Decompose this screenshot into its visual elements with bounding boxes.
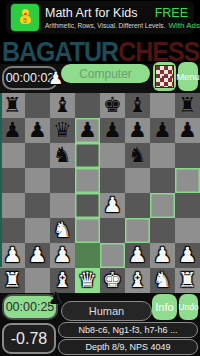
black-king: ♚ xyxy=(103,93,122,118)
ad-banner[interactable]: 5 Math Art for Kids FREE Arithmetic, Row… xyxy=(6,1,194,34)
square-c7[interactable]: ♛ xyxy=(50,118,75,143)
human-player-button[interactable]: Human xyxy=(61,301,152,321)
engine-panel: -0.78 Nb8-c6, Ng1-f3, h7-h6 ... Depth 8/… xyxy=(0,322,200,356)
black-rook: ♜ xyxy=(3,93,22,118)
white-pawn: ♟ xyxy=(153,243,172,268)
square-c2[interactable]: ♟ xyxy=(50,243,75,268)
square-e4[interactable]: ♟ xyxy=(100,193,125,218)
principal-variation: Nb8-c6, Ng1-f3, h7-h6 ... xyxy=(58,322,198,338)
square-e5[interactable] xyxy=(100,168,125,193)
square-a4[interactable] xyxy=(0,193,25,218)
human-bar: 00:00:25 ♟ Human Info Undo xyxy=(0,293,200,322)
square-g1[interactable]: ♞ xyxy=(150,268,175,293)
ad-title: Math Art for Kids xyxy=(45,6,137,20)
square-a1[interactable]: ♜ xyxy=(0,268,25,293)
square-g4[interactable] xyxy=(150,193,175,218)
square-a2[interactable]: ♟ xyxy=(0,243,25,268)
black-pawn: ♟ xyxy=(78,118,97,143)
square-f4[interactable] xyxy=(125,193,150,218)
square-f8[interactable]: ♝ xyxy=(125,93,150,118)
undo-button[interactable]: Undo xyxy=(179,294,198,320)
square-g5[interactable] xyxy=(150,168,175,193)
white-queen: ♛ xyxy=(78,268,97,293)
square-e2[interactable] xyxy=(100,243,125,268)
black-knight: ♞ xyxy=(53,143,72,168)
black-pawn-icon: ♟ xyxy=(48,290,63,307)
square-h5[interactable] xyxy=(175,168,200,193)
chess-board[interactable]: ♜♝♚♝♜♟♟♛♟♟♟♟♟♞♞♟♞♟♟♟♟♟♟♜♝♛♚♝♞♜ xyxy=(0,93,200,293)
square-b5[interactable] xyxy=(25,168,50,193)
square-g6[interactable] xyxy=(150,143,175,168)
square-f1[interactable]: ♝ xyxy=(125,268,150,293)
white-pawn: ♟ xyxy=(178,243,197,268)
black-pawn: ♟ xyxy=(3,118,22,143)
black-pawn: ♟ xyxy=(178,118,197,143)
square-e1[interactable]: ♚ xyxy=(100,268,125,293)
square-b3[interactable] xyxy=(25,218,50,243)
square-h8[interactable]: ♜ xyxy=(175,93,200,118)
square-c5[interactable] xyxy=(50,168,75,193)
square-d3[interactable] xyxy=(75,218,100,243)
square-d8[interactable] xyxy=(75,93,100,118)
square-h7[interactable]: ♟ xyxy=(175,118,200,143)
square-f3[interactable] xyxy=(125,218,150,243)
square-h2[interactable]: ♟ xyxy=(175,243,200,268)
square-b8[interactable] xyxy=(25,93,50,118)
square-b2[interactable]: ♟ xyxy=(25,243,50,268)
white-pawn: ♟ xyxy=(53,243,72,268)
square-f6[interactable]: ♞ xyxy=(125,143,150,168)
black-pawn: ♟ xyxy=(153,118,172,143)
white-knight: ♞ xyxy=(53,218,72,243)
ad-subtitle: Arithmetic, Rows, Visual. Different Leve… xyxy=(45,22,165,29)
square-b1[interactable] xyxy=(25,268,50,293)
black-pawn: ♟ xyxy=(28,118,47,143)
square-f2[interactable]: ♟ xyxy=(125,243,150,268)
board-left-edge xyxy=(0,93,2,267)
computer-bar: 00:00:02 Computer ♟ Menu xyxy=(0,64,200,93)
black-bishop: ♝ xyxy=(128,93,147,118)
square-b4[interactable] xyxy=(25,193,50,218)
square-g8[interactable] xyxy=(150,93,175,118)
square-e8[interactable]: ♚ xyxy=(100,93,125,118)
square-a6[interactable] xyxy=(0,143,25,168)
square-f5[interactable] xyxy=(125,168,150,193)
square-d7[interactable]: ♟ xyxy=(75,118,100,143)
black-pawn: ♟ xyxy=(103,118,122,143)
white-king: ♚ xyxy=(103,268,122,293)
black-rook: ♜ xyxy=(178,93,197,118)
square-g7[interactable]: ♟ xyxy=(150,118,175,143)
square-h1[interactable]: ♜ xyxy=(175,268,200,293)
mini-chessboard-icon xyxy=(155,65,174,88)
white-pawn: ♟ xyxy=(28,243,47,268)
square-c3[interactable]: ♞ xyxy=(50,218,75,243)
square-d6[interactable] xyxy=(75,143,100,168)
square-a5[interactable] xyxy=(0,168,25,193)
square-h6[interactable] xyxy=(175,143,200,168)
black-bishop: ♝ xyxy=(53,93,72,118)
search-depth-info: Depth 8/9, NPS 4049 xyxy=(58,339,198,355)
square-d1[interactable]: ♛ xyxy=(75,268,100,293)
square-g2[interactable]: ♟ xyxy=(150,243,175,268)
square-e3[interactable] xyxy=(100,218,125,243)
white-pawn: ♟ xyxy=(128,243,147,268)
square-a3[interactable] xyxy=(0,218,25,243)
white-rook: ♜ xyxy=(3,268,22,293)
white-pawn: ♟ xyxy=(3,243,22,268)
square-d5[interactable] xyxy=(75,168,100,193)
square-g3[interactable] xyxy=(150,218,175,243)
white-pawn: ♟ xyxy=(103,193,122,218)
square-h4[interactable] xyxy=(175,193,200,218)
black-queen: ♛ xyxy=(53,118,72,143)
square-b6[interactable] xyxy=(25,143,50,168)
black-pawn: ♟ xyxy=(128,118,147,143)
board-setup-button[interactable] xyxy=(153,62,176,91)
square-e6[interactable] xyxy=(100,143,125,168)
computer-player-button[interactable]: Computer xyxy=(61,64,150,83)
square-e7[interactable]: ♟ xyxy=(100,118,125,143)
square-f7[interactable]: ♟ xyxy=(125,118,150,143)
square-a8[interactable]: ♜ xyxy=(0,93,25,118)
square-d2[interactable] xyxy=(75,243,100,268)
square-c4[interactable] xyxy=(50,193,75,218)
white-pawn-icon: ♟ xyxy=(48,70,63,87)
square-d4[interactable] xyxy=(75,193,100,218)
white-knight: ♞ xyxy=(153,268,172,293)
ad-with-ads-label: With Ads xyxy=(168,21,200,30)
ad-free-badge: FREE xyxy=(155,6,188,20)
bagatur-chess-app: 5 Math Art for Kids FREE Arithmetic, Row… xyxy=(0,0,200,356)
white-bishop: ♝ xyxy=(128,268,147,293)
info-button[interactable]: Info xyxy=(152,294,177,320)
app-title-word1: BAGATUR xyxy=(2,34,118,68)
menu-button[interactable]: Menu xyxy=(178,62,198,91)
white-rook: ♜ xyxy=(178,268,197,293)
black-knight: ♞ xyxy=(128,143,147,168)
ad-app-icon: 5 xyxy=(11,4,39,31)
square-b7[interactable]: ♟ xyxy=(25,118,50,143)
square-h3[interactable] xyxy=(175,218,200,243)
square-c8[interactable]: ♝ xyxy=(50,93,75,118)
square-c6[interactable]: ♞ xyxy=(50,143,75,168)
square-a7[interactable]: ♟ xyxy=(0,118,25,143)
evaluation-score: -0.78 xyxy=(2,323,56,354)
